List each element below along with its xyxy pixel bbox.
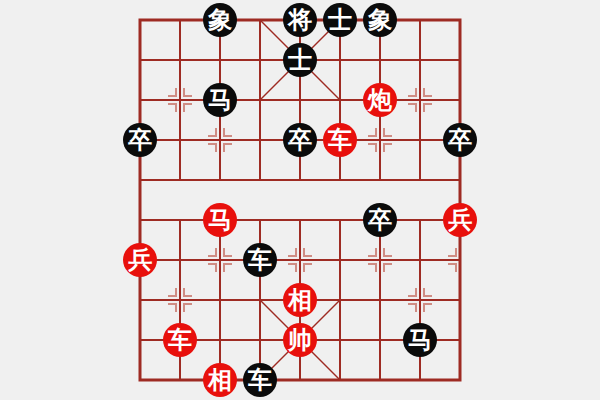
red-general[interactable]: 帅 [283, 323, 317, 357]
black-pawn[interactable]: 卒 [363, 203, 397, 237]
board-grid: 象将士象士马炮卒卒车卒马卒兵兵车相车帅马相车 [120, 0, 480, 400]
red-pawn[interactable]: 兵 [443, 203, 477, 237]
black-horse[interactable]: 马 [403, 323, 437, 357]
black-elephant[interactable]: 象 [363, 3, 397, 37]
red-chariot[interactable]: 车 [323, 123, 357, 157]
red-elephant[interactable]: 相 [203, 363, 237, 397]
red-pawn[interactable]: 兵 [123, 243, 157, 277]
xiangqi-screen: 象将士象士马炮卒卒车卒马卒兵兵车相车帅马相车 [0, 0, 600, 400]
black-horse[interactable]: 马 [203, 83, 237, 117]
red-elephant[interactable]: 相 [283, 283, 317, 317]
black-general[interactable]: 将 [283, 3, 317, 37]
black-chariot[interactable]: 车 [243, 363, 277, 397]
black-pawn[interactable]: 卒 [283, 123, 317, 157]
red-chariot[interactable]: 车 [163, 323, 197, 357]
red-horse[interactable]: 马 [203, 203, 237, 237]
black-elephant[interactable]: 象 [203, 3, 237, 37]
black-pawn[interactable]: 卒 [443, 123, 477, 157]
black-pawn[interactable]: 卒 [123, 123, 157, 157]
black-advisor[interactable]: 士 [323, 3, 357, 37]
red-cannon[interactable]: 炮 [363, 83, 397, 117]
black-chariot[interactable]: 车 [243, 243, 277, 277]
black-advisor[interactable]: 士 [283, 43, 317, 77]
